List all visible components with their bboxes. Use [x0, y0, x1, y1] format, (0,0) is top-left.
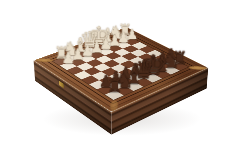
chess-set-photo: ♜♞♝♛♚♝♞♜♟♟♟♟♟♟♟♟♟♟♟♟♟♟♟♟♜♞♝♛♚♝♞♜: [0, 0, 240, 150]
piece-glyph: ♜: [106, 76, 123, 95]
piece-glyph: ♟: [61, 51, 75, 66]
brass-latch: [59, 81, 64, 89]
chess-box: ♜♞♝♛♚♝♞♜♟♟♟♟♟♟♟♟♟♟♟♟♟♟♟♟♜♞♝♛♚♝♞♜: [34, 27, 209, 112]
scene: ♜♞♝♛♚♝♞♜♟♟♟♟♟♟♟♟♟♟♟♟♟♟♟♟♜♞♝♛♚♝♞♜: [0, 0, 240, 150]
